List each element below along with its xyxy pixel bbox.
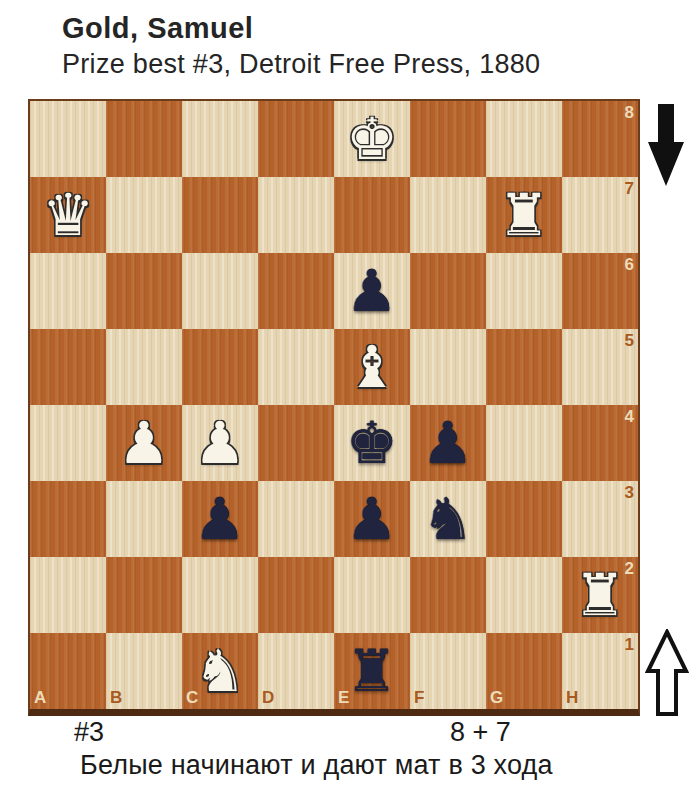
square-g1: G: [486, 633, 562, 709]
square-a8: [30, 101, 106, 177]
black-rook: ♜: [334, 633, 410, 709]
white-king: ♚: [334, 101, 410, 177]
square-g8: [486, 101, 562, 177]
square-e8: ♚: [334, 101, 410, 177]
square-a5: [30, 329, 106, 405]
rank-label-5: 5: [625, 332, 634, 349]
rank-label-6: 6: [625, 256, 634, 273]
square-c7: [182, 177, 258, 253]
white-pawn: ♟: [106, 405, 182, 481]
square-c1: C♞: [182, 633, 258, 709]
square-f5: [410, 329, 486, 405]
square-a7: ♛: [30, 177, 106, 253]
square-a1: A: [30, 633, 106, 709]
chess-board: ♚8♛♜7♟6♝5♟♟♚♟4♟♟♞32♜ABC♞DE♜FG1H: [28, 99, 640, 716]
square-a3: [30, 481, 106, 557]
file-label-d: D: [262, 689, 274, 706]
white-rook: ♜: [486, 177, 562, 253]
square-b6: [106, 253, 182, 329]
square-d6: [258, 253, 334, 329]
square-b3: [106, 481, 182, 557]
rank-label-1: 1: [625, 636, 634, 653]
stipulation-label: #3: [74, 717, 104, 748]
black-pawn: ♟: [182, 481, 258, 557]
file-label-h: H: [566, 689, 578, 706]
black-pawn: ♟: [334, 481, 410, 557]
rank-label-8: 8: [625, 104, 634, 121]
rank-label-4: 4: [625, 408, 634, 425]
square-d5: [258, 329, 334, 405]
square-d7: [258, 177, 334, 253]
square-f7: [410, 177, 486, 253]
square-h4: 4: [562, 405, 638, 481]
square-c5: [182, 329, 258, 405]
square-g6: [486, 253, 562, 329]
square-e1: E♜: [334, 633, 410, 709]
black-king: ♚: [334, 405, 410, 481]
square-e2: [334, 557, 410, 633]
square-f2: [410, 557, 486, 633]
square-e3: ♟: [334, 481, 410, 557]
square-d3: [258, 481, 334, 557]
square-d8: [258, 101, 334, 177]
square-f1: F: [410, 633, 486, 709]
square-e7: [334, 177, 410, 253]
square-g2: [486, 557, 562, 633]
caption-text: Белые начинают и дают мат в 3 хода: [80, 750, 553, 781]
square-a2: [30, 557, 106, 633]
square-b8: [106, 101, 182, 177]
square-c4: ♟: [182, 405, 258, 481]
page-subtitle: Prize best #3, Detroit Free Press, 1880: [62, 49, 540, 80]
square-c3: ♟: [182, 481, 258, 557]
square-b5: [106, 329, 182, 405]
white-knight: ♞: [182, 633, 258, 709]
square-c8: [182, 101, 258, 177]
square-g5: [486, 329, 562, 405]
square-h7: 7: [562, 177, 638, 253]
square-f8: [410, 101, 486, 177]
square-d1: D: [258, 633, 334, 709]
square-e6: ♟: [334, 253, 410, 329]
black-pawn: ♟: [334, 253, 410, 329]
square-g3: [486, 481, 562, 557]
square-f6: [410, 253, 486, 329]
square-b1: B: [106, 633, 182, 709]
square-h6: 6: [562, 253, 638, 329]
square-g7: ♜: [486, 177, 562, 253]
square-b2: [106, 557, 182, 633]
square-d4: [258, 405, 334, 481]
material-count-label: 8 + 7: [450, 717, 511, 748]
square-b7: [106, 177, 182, 253]
file-label-b: B: [110, 689, 122, 706]
square-f3: ♞: [410, 481, 486, 557]
square-h2: 2♜: [562, 557, 638, 633]
square-h1: 1H: [562, 633, 638, 709]
file-label-a: A: [34, 689, 46, 706]
rank-label-7: 7: [625, 180, 634, 197]
white-bishop: ♝: [334, 329, 410, 405]
square-h3: 3: [562, 481, 638, 557]
square-h5: 5: [562, 329, 638, 405]
white-pawn: ♟: [182, 405, 258, 481]
square-c6: [182, 253, 258, 329]
file-label-g: G: [490, 689, 503, 706]
square-g4: [486, 405, 562, 481]
square-c2: [182, 557, 258, 633]
square-e5: ♝: [334, 329, 410, 405]
square-a4: [30, 405, 106, 481]
white-up-arrow-icon: [645, 629, 689, 717]
rank-label-3: 3: [625, 484, 634, 501]
square-f4: ♟: [410, 405, 486, 481]
white-queen: ♛: [30, 177, 106, 253]
square-h8: 8: [562, 101, 638, 177]
square-a6: [30, 253, 106, 329]
black-knight: ♞: [410, 481, 486, 557]
square-e4: ♚: [334, 405, 410, 481]
white-rook: ♜: [562, 557, 638, 633]
square-b4: ♟: [106, 405, 182, 481]
black-pawn: ♟: [410, 405, 486, 481]
file-label-f: F: [414, 689, 424, 706]
page-title: Gold, Samuel: [62, 12, 253, 45]
square-d2: [258, 557, 334, 633]
black-down-arrow-icon: [646, 104, 686, 186]
